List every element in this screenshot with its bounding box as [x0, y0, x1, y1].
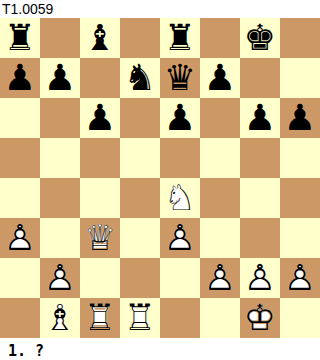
square-c2[interactable] [80, 258, 120, 298]
piece-white-rook[interactable]: ♜♖ [80, 298, 120, 338]
piece-black-pawn[interactable]: ♟ [0, 58, 40, 98]
square-e6[interactable]: ♟ [160, 98, 200, 138]
square-h4[interactable] [280, 178, 320, 218]
square-g7[interactable] [240, 58, 280, 98]
square-f1[interactable] [200, 298, 240, 338]
piece-outline: ♙ [240, 258, 280, 298]
square-g2[interactable]: ♟♙ [240, 258, 280, 298]
piece-outline: ♙ [200, 258, 240, 298]
piece-outline: ♟ [80, 98, 120, 138]
square-f5[interactable] [200, 138, 240, 178]
square-c5[interactable] [80, 138, 120, 178]
square-g6[interactable]: ♟ [240, 98, 280, 138]
piece-black-king[interactable]: ♚ [240, 18, 280, 58]
square-a8[interactable]: ♜ [0, 18, 40, 58]
square-h1[interactable] [280, 298, 320, 338]
square-g4[interactable] [240, 178, 280, 218]
square-b8[interactable] [40, 18, 80, 58]
square-b2[interactable]: ♟♙ [40, 258, 80, 298]
square-e5[interactable] [160, 138, 200, 178]
square-a2[interactable] [0, 258, 40, 298]
square-d6[interactable] [120, 98, 160, 138]
square-d5[interactable] [120, 138, 160, 178]
piece-outline: ♟ [240, 98, 280, 138]
piece-outline: ♖ [120, 298, 160, 338]
piece-outline: ♟ [0, 58, 40, 98]
piece-outline: ♟ [160, 98, 200, 138]
piece-outline: ♘ [160, 178, 200, 218]
square-a3[interactable]: ♟♙ [0, 218, 40, 258]
square-h8[interactable] [280, 18, 320, 58]
chess-puzzle-window: T1.0059 ♜♝♜♚♟♟♞♛♟♟♟♟♟♞♘♟♙♛♕♟♙♟♙♟♙♟♙♟♙♝♗♜… [0, 0, 320, 360]
piece-white-queen[interactable]: ♛♕ [80, 218, 120, 258]
piece-black-rook[interactable]: ♜ [0, 18, 40, 58]
chess-board[interactable]: ♜♝♜♚♟♟♞♛♟♟♟♟♟♞♘♟♙♛♕♟♙♟♙♟♙♟♙♟♙♝♗♜♖♜♖♚♔ [0, 18, 320, 338]
square-f4[interactable] [200, 178, 240, 218]
piece-white-king[interactable]: ♚♔ [240, 298, 280, 338]
square-f6[interactable] [200, 98, 240, 138]
square-b7[interactable]: ♟ [40, 58, 80, 98]
square-b6[interactable] [40, 98, 80, 138]
piece-white-pawn[interactable]: ♟♙ [160, 218, 200, 258]
piece-black-bishop[interactable]: ♝ [80, 18, 120, 58]
square-h6[interactable]: ♟ [280, 98, 320, 138]
square-b3[interactable] [40, 218, 80, 258]
square-f3[interactable] [200, 218, 240, 258]
piece-outline: ♔ [240, 298, 280, 338]
square-a7[interactable]: ♟ [0, 58, 40, 98]
square-d8[interactable] [120, 18, 160, 58]
piece-white-pawn[interactable]: ♟♙ [40, 258, 80, 298]
piece-outline: ♛ [160, 58, 200, 98]
piece-black-pawn[interactable]: ♟ [40, 58, 80, 98]
square-h2[interactable]: ♟♙ [280, 258, 320, 298]
piece-white-pawn[interactable]: ♟♙ [240, 258, 280, 298]
square-a1[interactable] [0, 298, 40, 338]
piece-white-knight[interactable]: ♞♘ [160, 178, 200, 218]
square-e2[interactable] [160, 258, 200, 298]
piece-outline: ♗ [40, 298, 80, 338]
square-a5[interactable] [0, 138, 40, 178]
piece-black-pawn[interactable]: ♟ [80, 98, 120, 138]
square-c4[interactable] [80, 178, 120, 218]
square-f2[interactable]: ♟♙ [200, 258, 240, 298]
piece-outline: ♙ [40, 258, 80, 298]
square-b1[interactable]: ♝♗ [40, 298, 80, 338]
piece-outline: ♙ [0, 218, 40, 258]
square-c6[interactable]: ♟ [80, 98, 120, 138]
square-d3[interactable] [120, 218, 160, 258]
square-h5[interactable] [280, 138, 320, 178]
piece-outline: ♚ [240, 18, 280, 58]
square-e1[interactable] [160, 298, 200, 338]
piece-outline: ♙ [160, 218, 200, 258]
square-g1[interactable]: ♚♔ [240, 298, 280, 338]
square-c7[interactable] [80, 58, 120, 98]
piece-black-pawn[interactable]: ♟ [280, 98, 320, 138]
piece-outline: ♜ [160, 18, 200, 58]
square-e3[interactable]: ♟♙ [160, 218, 200, 258]
square-d2[interactable] [120, 258, 160, 298]
piece-outline: ♙ [280, 258, 320, 298]
piece-white-rook[interactable]: ♜♖ [120, 298, 160, 338]
piece-black-pawn[interactable]: ♟ [200, 58, 240, 98]
piece-black-pawn[interactable]: ♟ [160, 98, 200, 138]
square-b5[interactable] [40, 138, 80, 178]
piece-outline: ♜ [0, 18, 40, 58]
square-h7[interactable] [280, 58, 320, 98]
piece-outline: ♞ [120, 58, 160, 98]
piece-white-pawn[interactable]: ♟♙ [0, 218, 40, 258]
square-d4[interactable] [120, 178, 160, 218]
piece-outline: ♕ [80, 218, 120, 258]
piece-black-pawn[interactable]: ♟ [240, 98, 280, 138]
piece-white-bishop[interactable]: ♝♗ [40, 298, 80, 338]
piece-outline: ♟ [40, 58, 80, 98]
piece-black-queen[interactable]: ♛ [160, 58, 200, 98]
square-d7[interactable]: ♞ [120, 58, 160, 98]
square-f8[interactable] [200, 18, 240, 58]
piece-outline: ♝ [80, 18, 120, 58]
piece-black-rook[interactable]: ♜ [160, 18, 200, 58]
piece-outline: ♖ [80, 298, 120, 338]
square-c8[interactable]: ♝ [80, 18, 120, 58]
square-e8[interactable]: ♜ [160, 18, 200, 58]
square-g8[interactable]: ♚ [240, 18, 280, 58]
square-c1[interactable]: ♜♖ [80, 298, 120, 338]
square-g5[interactable] [240, 138, 280, 178]
square-g3[interactable] [240, 218, 280, 258]
square-a4[interactable] [0, 178, 40, 218]
square-b4[interactable] [40, 178, 80, 218]
move-prompt-label: 1. ? [0, 338, 320, 360]
square-c3[interactable]: ♛♕ [80, 218, 120, 258]
puzzle-id-label: T1.0059 [0, 0, 320, 18]
square-a6[interactable] [0, 98, 40, 138]
piece-white-pawn[interactable]: ♟♙ [280, 258, 320, 298]
square-e7[interactable]: ♛ [160, 58, 200, 98]
square-e4[interactable]: ♞♘ [160, 178, 200, 218]
piece-outline: ♟ [200, 58, 240, 98]
piece-black-knight[interactable]: ♞ [120, 58, 160, 98]
square-h3[interactable] [280, 218, 320, 258]
square-d1[interactable]: ♜♖ [120, 298, 160, 338]
piece-white-pawn[interactable]: ♟♙ [200, 258, 240, 298]
square-f7[interactable]: ♟ [200, 58, 240, 98]
piece-outline: ♟ [280, 98, 320, 138]
